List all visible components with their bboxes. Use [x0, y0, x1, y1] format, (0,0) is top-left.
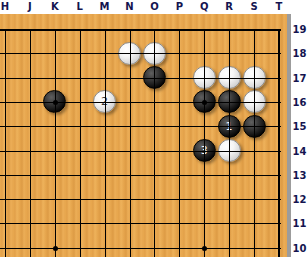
grid-vline-R	[229, 29, 230, 257]
row-label-12: 12	[291, 193, 308, 206]
grid-vline-S	[254, 29, 255, 257]
row-label-15: 15	[291, 120, 308, 133]
grid-vline-M	[105, 29, 106, 257]
col-label-Q: Q	[196, 0, 212, 13]
grid-vline-K	[55, 29, 56, 257]
grid-hline-13	[0, 175, 281, 176]
grid-hline-10	[0, 248, 281, 249]
row-label-14: 14	[291, 145, 308, 158]
grid-vline-J	[30, 29, 31, 257]
star-point-Q10	[202, 246, 207, 251]
col-label-R: R	[221, 0, 237, 13]
row-label-18: 18	[291, 47, 308, 60]
row-label-17: 17	[291, 72, 308, 85]
grid-vline-O	[154, 29, 155, 257]
col-label-S: S	[246, 0, 262, 13]
grid-hline-12	[0, 199, 281, 200]
grid-hline-11	[0, 223, 281, 224]
grid-hline-16	[0, 102, 281, 103]
grid-vline-N	[130, 29, 131, 257]
row-label-13: 13	[291, 169, 308, 182]
star-point-K16	[53, 100, 58, 105]
row-label-10: 10	[291, 242, 308, 255]
row-label-19: 19	[291, 23, 308, 36]
grid-hline-18	[0, 53, 281, 54]
star-point-K10	[53, 246, 58, 251]
col-label-H: H	[0, 0, 13, 13]
col-label-P: P	[171, 0, 187, 13]
col-label-J: J	[22, 0, 38, 13]
grid-vline-H	[5, 29, 6, 257]
col-label-K: K	[47, 0, 63, 13]
go-diagram-page: HJKLMNOPQRST19181716151413121110 132	[0, 0, 308, 257]
grid-hline-19	[0, 29, 281, 31]
row-label-11: 11	[291, 217, 308, 230]
col-label-N: N	[122, 0, 138, 13]
grid-hline-14	[0, 151, 281, 152]
grid-vline-P	[179, 29, 180, 257]
row-label-16: 16	[291, 96, 308, 109]
grid-hline-15	[0, 126, 281, 127]
col-label-O: O	[146, 0, 162, 13]
grid-vline-L	[80, 29, 81, 257]
grid-hline-17	[0, 78, 281, 79]
col-label-M: M	[97, 0, 113, 13]
col-label-T: T	[271, 0, 287, 13]
grid-vline-Q	[204, 29, 205, 257]
col-label-L: L	[72, 0, 88, 13]
grid-vline-T	[278, 29, 280, 257]
